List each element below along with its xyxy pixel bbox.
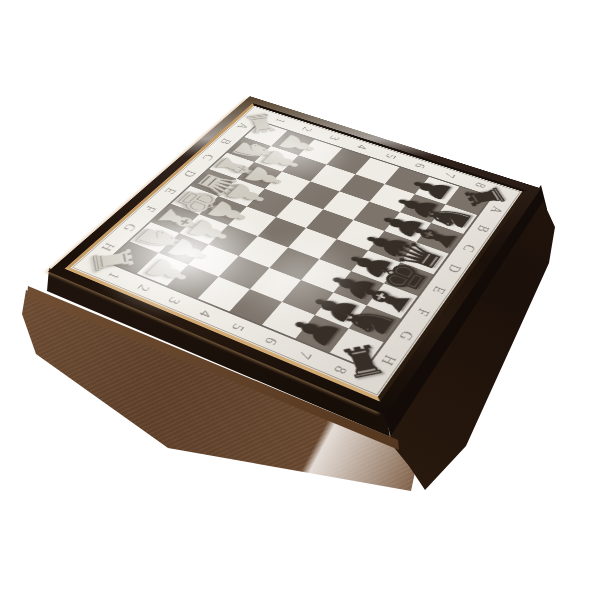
- glass-sheen: [71, 106, 523, 397]
- chess-board: 12345678 12345678 ABCDEFGH ABCDEFGH ♜♟♟♜…: [71, 106, 523, 397]
- wooden-frame: 12345678 12345678 ABCDEFGH ABCDEFGH ♜♟♟♜…: [48, 96, 541, 415]
- product-photo-stage: 12345678 12345678 ABCDEFGH ABCDEFGH ♜♟♟♜…: [0, 0, 600, 600]
- frame-bevel: 12345678 12345678 ABCDEFGH ABCDEFGH ♜♟♟♜…: [65, 103, 528, 402]
- chess-box-top: 12345678 12345678 ABCDEFGH ABCDEFGH ♜♟♟♜…: [48, 96, 541, 415]
